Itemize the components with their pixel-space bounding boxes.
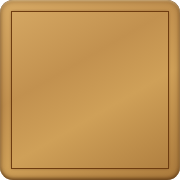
- file-labels-bottom: [12, 168, 168, 180]
- rank-labels-right: [168, 12, 180, 168]
- chess-board[interactable]: [12, 12, 168, 168]
- file-labels-top: [12, 0, 168, 12]
- chess-app-frame: [0, 0, 180, 180]
- rank-labels-left: [0, 12, 12, 168]
